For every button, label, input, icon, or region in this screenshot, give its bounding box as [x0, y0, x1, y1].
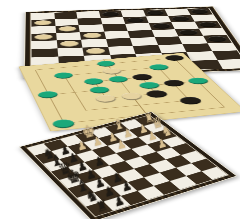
- draughts-disc-dark: [152, 23, 172, 29]
- draughts-disc-dark: [190, 9, 209, 14]
- draughts-disc-light: [60, 41, 79, 47]
- draughts-disc-light: [86, 48, 106, 55]
- square: [198, 28, 226, 36]
- square: [82, 47, 109, 56]
- mill-disc-black: [145, 90, 170, 98]
- square: [154, 36, 182, 44]
- square: [128, 30, 155, 38]
- draughts-disc-light: [35, 34, 53, 40]
- white-pawn-piece: ♟: [91, 135, 103, 149]
- draughts-disc-light: [58, 26, 76, 32]
- square: [80, 31, 106, 39]
- square: [31, 33, 56, 41]
- mill-disc-green: [51, 119, 76, 129]
- product-photo: ♚♝♜♞♟♟♟♟♟♟♛♝♟♟♟♞♛♟♟♟♚♟♝♟♟♞♟♟♜♟: [0, 0, 240, 219]
- draughts-disc-dark: [146, 10, 165, 15]
- square: [217, 59, 240, 69]
- mill-disc-natural: [93, 94, 117, 103]
- black-pawn-piece: ♟: [113, 193, 126, 209]
- mill-connector-line: [48, 90, 100, 95]
- mill-disc-green: [36, 90, 59, 98]
- square: [186, 171, 212, 184]
- draughts-disc-dark: [206, 36, 227, 42]
- mill-square-line: [34, 58, 225, 124]
- draughts-disc-dark: [198, 22, 218, 28]
- square: [79, 24, 104, 32]
- white-pawn-piece: ♟: [156, 137, 168, 151]
- draughts-disc-dark: [126, 17, 145, 22]
- draughts-disc-light: [34, 20, 51, 26]
- mill-disc-natural: [119, 92, 144, 101]
- draughts-disc-dark: [171, 16, 190, 21]
- square: [31, 26, 55, 34]
- square: [104, 31, 130, 39]
- draughts-disc-dark: [102, 12, 120, 17]
- square: [81, 39, 108, 48]
- draughts-disc-light: [83, 32, 102, 38]
- draughts-disc-dark: [178, 29, 199, 35]
- mill-disc-black: [178, 96, 204, 105]
